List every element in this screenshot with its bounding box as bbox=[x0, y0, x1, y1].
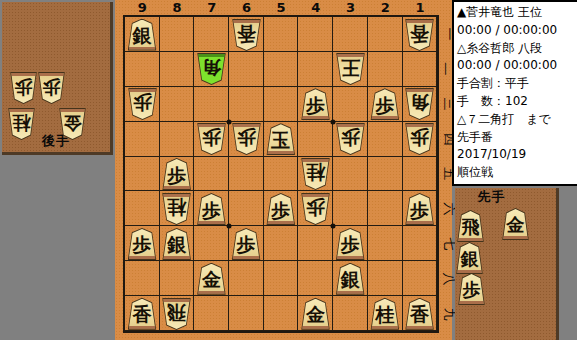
board-cell-9-四[interactable] bbox=[125, 122, 160, 157]
board-cell-5-五[interactable] bbox=[264, 157, 299, 192]
board-cell-5-九[interactable] bbox=[264, 296, 299, 331]
board-cell-1-七[interactable] bbox=[403, 226, 438, 261]
sente-piece-歩[interactable]: 歩 bbox=[370, 88, 399, 120]
piece-kanji: 香 bbox=[133, 305, 152, 324]
sente-piece-玉[interactable]: 玉 bbox=[266, 123, 295, 155]
board-cell-5-一[interactable] bbox=[264, 17, 299, 52]
info-line-8: 先手番 bbox=[457, 129, 577, 147]
board-cell-1-五[interactable] bbox=[403, 157, 438, 192]
info-line-1: ▲菅井竜也 王位 bbox=[457, 4, 577, 22]
board-cell-5-三[interactable] bbox=[264, 87, 299, 122]
board-cell-2-六[interactable] bbox=[368, 191, 403, 226]
sente-piece-歩[interactable]: 歩 bbox=[266, 193, 295, 225]
sente-piece-金[interactable]: 金 bbox=[301, 298, 330, 330]
gote-piece-歩[interactable]: 歩 bbox=[301, 193, 330, 225]
piece-kanji: 歩 bbox=[133, 94, 152, 113]
board-cell-1-八[interactable] bbox=[403, 261, 438, 296]
piece-kanji: 角 bbox=[410, 94, 429, 113]
file-label-4: 4 bbox=[299, 0, 334, 15]
sente-piece-歩[interactable]: 歩 bbox=[458, 273, 485, 305]
board-cell-2-二[interactable] bbox=[368, 52, 403, 87]
board-grid: 銀香香角王歩歩歩角歩歩玉歩歩歩桂桂歩歩歩歩歩銀歩歩金銀香飛金桂香 bbox=[123, 15, 439, 333]
sente-piece-歩[interactable]: 歩 bbox=[301, 88, 330, 120]
piece-kanji: 桂 bbox=[167, 199, 186, 218]
board-cell-9-八[interactable] bbox=[125, 261, 160, 296]
piece-kanji: 飛 bbox=[462, 218, 480, 236]
board-cell-6-八[interactable] bbox=[229, 261, 264, 296]
board-cell-2-八[interactable] bbox=[368, 261, 403, 296]
info-line-7: △７二角打 まで bbox=[457, 111, 577, 129]
board-cell-3-六[interactable] bbox=[333, 191, 368, 226]
info-line-10: 順位戦 bbox=[457, 164, 577, 182]
piece-kanji: 歩 bbox=[341, 129, 360, 148]
piece-kanji: 香 bbox=[237, 24, 256, 43]
piece-kanji: 歩 bbox=[237, 235, 256, 254]
piece-kanji: 歩 bbox=[15, 78, 33, 96]
board-cell-2-五[interactable] bbox=[368, 157, 403, 192]
piece-kanji: 歩 bbox=[43, 78, 61, 96]
sente-piece-桂[interactable]: 桂 bbox=[370, 298, 399, 330]
piece-kanji: 歩 bbox=[202, 129, 221, 148]
file-label-3: 3 bbox=[333, 0, 368, 15]
board-cell-6-九[interactable] bbox=[229, 296, 264, 331]
info-line-5: 手合割：平手 bbox=[457, 75, 577, 93]
piece-kanji: 歩 bbox=[271, 201, 290, 220]
board-cell-5-二[interactable] bbox=[264, 52, 299, 87]
gote-piece-歩[interactable]: 歩 bbox=[10, 72, 37, 104]
sente-piece-金[interactable]: 金 bbox=[502, 208, 529, 240]
sente-piece-歩[interactable]: 歩 bbox=[197, 193, 226, 225]
piece-kanji: 歩 bbox=[375, 96, 394, 115]
file-label-2: 2 bbox=[368, 0, 403, 15]
piece-kanji: 角 bbox=[202, 59, 221, 78]
board-cell-2-七[interactable] bbox=[368, 226, 403, 261]
piece-kanji: 桂 bbox=[375, 305, 394, 324]
board-cell-7-七[interactable] bbox=[194, 226, 229, 261]
info-line-9: 2017/10/19 bbox=[457, 146, 577, 164]
board-cell-4-八[interactable] bbox=[298, 261, 333, 296]
board-cell-9-二[interactable] bbox=[125, 52, 160, 87]
sente-hand-tray: 先手 飛金銀歩 bbox=[455, 188, 559, 340]
info-line-4: 00:00 / 00:00:00 bbox=[457, 57, 577, 75]
piece-kanji: 歩 bbox=[306, 199, 325, 218]
piece-kanji: 香 bbox=[410, 24, 429, 43]
info-line-3: △糸谷哲郎 八段 bbox=[457, 40, 577, 58]
sente-piece-香[interactable]: 香 bbox=[405, 298, 434, 330]
board-cell-3-五[interactable] bbox=[333, 157, 368, 192]
board-cell-1-二[interactable] bbox=[403, 52, 438, 87]
board-cell-2-一[interactable] bbox=[368, 17, 403, 52]
sente-piece-歩[interactable]: 歩 bbox=[336, 228, 365, 260]
piece-kanji: 飛 bbox=[167, 303, 186, 322]
board-cell-8-八[interactable] bbox=[160, 261, 195, 296]
piece-kanji: 玉 bbox=[271, 131, 290, 150]
shogi-app-window: { "game": "shogi", "position": { "sfen":… bbox=[0, 0, 577, 340]
piece-kanji: 金 bbox=[507, 216, 525, 234]
sente-piece-銀[interactable]: 銀 bbox=[128, 19, 157, 51]
sente-hand-label: 先手 bbox=[441, 188, 542, 206]
info-line-6: 手 数：102 bbox=[457, 93, 577, 111]
piece-kanji: 歩 bbox=[237, 129, 256, 148]
sente-piece-歩[interactable]: 歩 bbox=[405, 193, 434, 225]
sente-piece-香[interactable]: 香 bbox=[128, 298, 157, 330]
sente-piece-銀[interactable]: 銀 bbox=[336, 263, 365, 295]
board-cell-3-九[interactable] bbox=[333, 296, 368, 331]
piece-kanji: 歩 bbox=[133, 235, 152, 254]
file-label-1: 1 bbox=[403, 0, 438, 15]
board-cell-5-七[interactable] bbox=[264, 226, 299, 261]
board-cell-7-五[interactable] bbox=[194, 157, 229, 192]
piece-kanji: 桂 bbox=[306, 164, 325, 183]
piece-kanji: 金 bbox=[202, 270, 221, 289]
piece-kanji: 歩 bbox=[306, 96, 325, 115]
gote-piece-金[interactable]: 金 bbox=[59, 108, 86, 140]
gote-piece-桂[interactable]: 桂 bbox=[8, 108, 35, 140]
sente-piece-銀[interactable]: 銀 bbox=[162, 228, 191, 260]
sente-piece-歩[interactable]: 歩 bbox=[162, 158, 191, 190]
sente-piece-歩[interactable]: 歩 bbox=[128, 228, 157, 260]
board-cell-4-四[interactable] bbox=[298, 122, 333, 157]
board-cell-4-一[interactable] bbox=[298, 17, 333, 52]
board-cell-2-四[interactable] bbox=[368, 122, 403, 157]
board-cell-6-二[interactable] bbox=[229, 52, 264, 87]
piece-kanji: 香 bbox=[410, 305, 429, 324]
gote-hand-tray: 後手 歩歩桂金 bbox=[2, 2, 113, 155]
board-cell-6-六[interactable] bbox=[229, 191, 264, 226]
file-label-8: 8 bbox=[160, 0, 195, 15]
piece-kanji: 銀 bbox=[461, 250, 479, 268]
board-cell-4-二[interactable] bbox=[298, 52, 333, 87]
board-cell-7-九[interactable] bbox=[194, 296, 229, 331]
star-point bbox=[227, 119, 232, 124]
piece-kanji: 歩 bbox=[410, 201, 429, 220]
piece-kanji: 歩 bbox=[410, 129, 429, 148]
sente-piece-歩[interactable]: 歩 bbox=[232, 228, 261, 260]
board-cell-8-四[interactable] bbox=[160, 122, 195, 157]
piece-kanji: 歩 bbox=[202, 201, 221, 220]
board-cell-8-一[interactable] bbox=[160, 17, 195, 52]
gote-piece-歩[interactable]: 歩 bbox=[38, 72, 65, 104]
sente-piece-銀[interactable]: 銀 bbox=[456, 242, 483, 274]
board-cell-6-三[interactable] bbox=[229, 87, 264, 122]
piece-kanji: 王 bbox=[341, 59, 360, 78]
piece-kanji: 歩 bbox=[341, 235, 360, 254]
game-info-panel: ▲菅井竜也 王位00:00 / 00:00:00△糸谷哲郎 八段00:00 / … bbox=[452, 0, 577, 186]
file-label-9: 9 bbox=[125, 0, 160, 15]
file-label-7: 7 bbox=[194, 0, 229, 15]
star-point bbox=[331, 119, 336, 124]
star-point bbox=[227, 224, 232, 229]
info-line-2: 00:00 / 00:00:00 bbox=[457, 22, 577, 40]
piece-kanji: 銀 bbox=[133, 26, 152, 45]
board-cell-8-三[interactable] bbox=[160, 87, 195, 122]
sente-piece-飛[interactable]: 飛 bbox=[457, 210, 484, 242]
board-cell-9-六[interactable] bbox=[125, 191, 160, 226]
board-cell-7-一[interactable] bbox=[194, 17, 229, 52]
piece-kanji: 歩 bbox=[167, 166, 186, 185]
board-cell-4-七[interactable] bbox=[298, 226, 333, 261]
piece-kanji: 金 bbox=[306, 305, 325, 324]
piece-kanji: 金 bbox=[64, 114, 82, 132]
gote-piece-香[interactable]: 香 bbox=[405, 19, 434, 51]
board-cell-6-五[interactable] bbox=[229, 157, 264, 192]
sente-piece-金[interactable]: 金 bbox=[197, 263, 226, 295]
file-label-6: 6 bbox=[229, 0, 264, 15]
board-cell-3-三[interactable] bbox=[333, 87, 368, 122]
board-cell-5-八[interactable] bbox=[264, 261, 299, 296]
piece-kanji: 銀 bbox=[341, 270, 360, 289]
star-point bbox=[331, 224, 336, 229]
piece-kanji: 桂 bbox=[13, 114, 31, 132]
piece-kanji: 銀 bbox=[167, 235, 186, 254]
board-cell-7-三[interactable] bbox=[194, 87, 229, 122]
piece-kanji: 歩 bbox=[463, 281, 481, 299]
board-region: 987654321 銀香香角王歩歩歩角歩歩玉歩歩歩桂桂歩歩歩歩歩銀歩歩金銀香飛金… bbox=[115, 0, 452, 340]
board-cell-9-五[interactable] bbox=[125, 157, 160, 192]
file-label-5: 5 bbox=[264, 0, 299, 15]
board-cell-8-二[interactable] bbox=[160, 52, 195, 87]
gote-piece-桂[interactable]: 桂 bbox=[301, 158, 330, 190]
board-cell-3-一[interactable] bbox=[333, 17, 368, 52]
